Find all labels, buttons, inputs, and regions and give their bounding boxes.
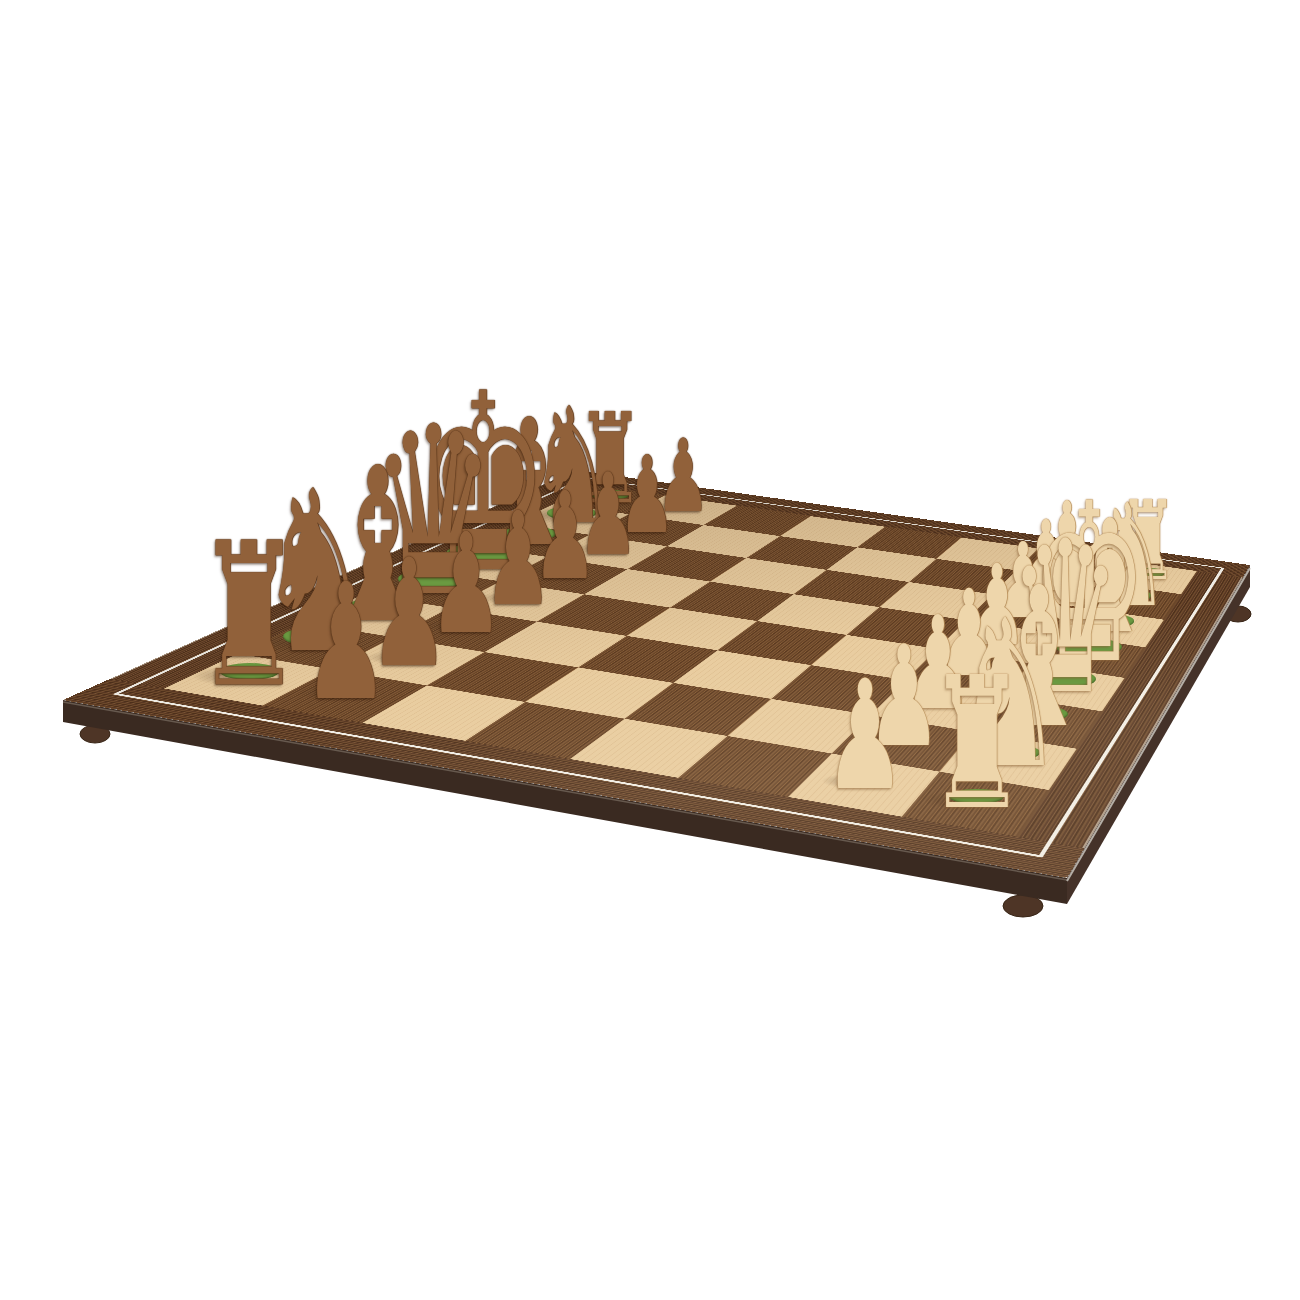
product-photo-canvas: Chess ♜♞♝♛♚♝♞♜♟♟♟♟♟♟♟♟♟♟♟♟♟♟♟♟♜♞♝♛♚♝♞♜ [0, 0, 1300, 1300]
